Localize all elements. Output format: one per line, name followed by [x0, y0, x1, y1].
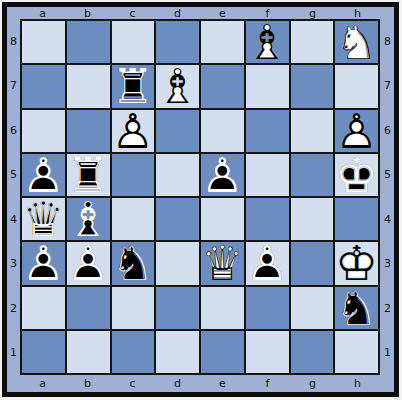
file-label: g — [290, 7, 335, 19]
square-c7[interactable]: ♜♖ — [112, 65, 155, 107]
black-pawn-outline: ♙ — [201, 154, 244, 196]
square-a3[interactable]: ♟♙ — [22, 242, 65, 284]
square-h7[interactable] — [335, 65, 378, 107]
square-e1[interactable] — [201, 331, 244, 373]
rank-label: 4 — [7, 197, 20, 242]
square-g5[interactable] — [291, 154, 334, 196]
white-pawn[interactable]: ♟♙ — [112, 110, 155, 152]
file-label: g — [290, 375, 335, 391]
white-king[interactable]: ♚♔ — [335, 242, 378, 284]
white-knight-outline: ♘ — [335, 21, 378, 63]
square-f2[interactable] — [246, 287, 289, 329]
rank-label: 2 — [7, 286, 20, 331]
square-e4[interactable] — [201, 198, 244, 240]
rank-label: 1 — [7, 331, 20, 376]
white-queen[interactable]: ♛♕ — [201, 242, 244, 284]
file-labels-top: abcdefgh — [20, 7, 380, 19]
file-label: f — [245, 375, 290, 391]
square-c4[interactable] — [112, 198, 155, 240]
rank-label: 7 — [380, 64, 395, 109]
square-c5[interactable] — [112, 154, 155, 196]
square-c2[interactable] — [112, 287, 155, 329]
square-c1[interactable] — [112, 331, 155, 373]
black-bishop-outline: ♗ — [67, 198, 110, 240]
file-label: b — [65, 7, 110, 19]
square-d1[interactable] — [156, 331, 199, 373]
square-h2[interactable]: ♞♘ — [335, 287, 378, 329]
square-a2[interactable] — [22, 287, 65, 329]
square-b6[interactable] — [67, 110, 110, 152]
black-bishop[interactable]: ♝♗ — [67, 198, 110, 240]
rank-labels-right: 87654321 — [380, 19, 395, 375]
square-g6[interactable] — [291, 110, 334, 152]
square-a7[interactable] — [22, 65, 65, 107]
file-label: c — [110, 7, 155, 19]
file-labels-bottom: abcdefgh — [20, 375, 380, 391]
rank-label: 4 — [380, 197, 395, 242]
square-h3[interactable]: ♚♔ — [335, 242, 378, 284]
black-queen[interactable]: ♛♕ — [22, 198, 65, 240]
black-rook-outline: ♖ — [112, 65, 155, 107]
rank-labels-left: 87654321 — [7, 19, 20, 375]
chess-board[interactable]: ♝♗♞♘♜♖♝♗♟♙♟♙♟♙♜♖♟♙♚♔♛♕♝♗♟♙♟♙♞♘♛♕♟♙♚♔♞♘ — [20, 19, 380, 375]
white-bishop-outline: ♗ — [156, 65, 199, 107]
square-d7[interactable]: ♝♗ — [156, 65, 199, 107]
square-f1[interactable] — [246, 331, 289, 373]
square-e7[interactable] — [201, 65, 244, 107]
square-b7[interactable] — [67, 65, 110, 107]
rank-label: 3 — [7, 242, 20, 287]
square-b4[interactable]: ♝♗ — [67, 198, 110, 240]
file-label: e — [200, 375, 245, 391]
rank-label: 8 — [380, 19, 395, 64]
black-king-outline: ♔ — [335, 154, 378, 196]
square-c3[interactable]: ♞♘ — [112, 242, 155, 284]
square-f6[interactable] — [246, 110, 289, 152]
square-g7[interactable] — [291, 65, 334, 107]
file-label: d — [155, 7, 200, 19]
square-h5[interactable]: ♚♔ — [335, 154, 378, 196]
rank-label: 3 — [380, 242, 395, 287]
square-g4[interactable] — [291, 198, 334, 240]
file-label: e — [200, 7, 245, 19]
black-pawn[interactable]: ♟♙ — [201, 154, 244, 196]
white-bishop[interactable]: ♝♗ — [156, 65, 199, 107]
black-pawn-outline: ♙ — [246, 242, 289, 284]
square-e6[interactable] — [201, 110, 244, 152]
square-g8[interactable] — [291, 21, 334, 63]
white-king-outline: ♔ — [335, 242, 378, 284]
square-a1[interactable] — [22, 331, 65, 373]
white-knight[interactable]: ♞♘ — [335, 21, 378, 63]
rank-label: 7 — [7, 64, 20, 109]
square-a5[interactable]: ♟♙ — [22, 154, 65, 196]
square-d2[interactable] — [156, 287, 199, 329]
square-d5[interactable] — [156, 154, 199, 196]
square-a4[interactable]: ♛♕ — [22, 198, 65, 240]
square-a6[interactable] — [22, 110, 65, 152]
white-bishop[interactable]: ♝♗ — [246, 21, 289, 63]
white-pawn[interactable]: ♟♙ — [335, 110, 378, 152]
rank-label: 6 — [7, 108, 20, 153]
square-e2[interactable] — [201, 287, 244, 329]
square-c6[interactable]: ♟♙ — [112, 110, 155, 152]
square-f3[interactable]: ♟♙ — [246, 242, 289, 284]
square-d8[interactable] — [156, 21, 199, 63]
white-queen-outline: ♕ — [201, 242, 244, 284]
black-pawn[interactable]: ♟♙ — [22, 154, 65, 196]
square-f7[interactable] — [246, 65, 289, 107]
white-pawn-outline: ♙ — [335, 110, 378, 152]
square-e8[interactable] — [201, 21, 244, 63]
file-label: b — [65, 375, 110, 391]
square-e5[interactable]: ♟♙ — [201, 154, 244, 196]
white-pawn-outline: ♙ — [112, 110, 155, 152]
square-f8[interactable]: ♝♗ — [246, 21, 289, 63]
rank-label: 2 — [380, 286, 395, 331]
black-queen-outline: ♕ — [22, 198, 65, 240]
chess-diagram-page: abcdefgh abcdefgh 87654321 87654321 ♝♗♞♘… — [0, 0, 402, 400]
black-pawn[interactable]: ♟♙ — [67, 242, 110, 284]
rank-label: 1 — [380, 331, 395, 376]
file-label: a — [20, 375, 65, 391]
square-b1[interactable] — [67, 331, 110, 373]
rank-label: 5 — [7, 153, 20, 198]
black-rook-outline: ♖ — [67, 154, 110, 196]
square-h1[interactable] — [335, 331, 378, 373]
black-knight[interactable]: ♞♘ — [335, 287, 378, 329]
file-label: a — [20, 7, 65, 19]
black-pawn-outline: ♙ — [22, 154, 65, 196]
black-knight-outline: ♘ — [335, 287, 378, 329]
black-king[interactable]: ♚♔ — [335, 154, 378, 196]
square-g2[interactable] — [291, 287, 334, 329]
square-d4[interactable] — [156, 198, 199, 240]
square-f4[interactable] — [246, 198, 289, 240]
rank-label: 5 — [380, 153, 395, 198]
white-bishop-outline: ♗ — [246, 21, 289, 63]
file-label: d — [155, 375, 200, 391]
square-h4[interactable] — [335, 198, 378, 240]
black-pawn[interactable]: ♟♙ — [246, 242, 289, 284]
square-e3[interactable]: ♛♕ — [201, 242, 244, 284]
square-f5[interactable] — [246, 154, 289, 196]
board-frame: abcdefgh abcdefgh 87654321 87654321 ♝♗♞♘… — [2, 2, 399, 397]
square-b8[interactable] — [67, 21, 110, 63]
black-knight-outline: ♘ — [112, 242, 155, 284]
rank-label: 6 — [380, 108, 395, 153]
square-a8[interactable] — [22, 21, 65, 63]
black-pawn-outline: ♙ — [67, 242, 110, 284]
square-d6[interactable] — [156, 110, 199, 152]
square-b2[interactable] — [67, 287, 110, 329]
square-h6[interactable]: ♟♙ — [335, 110, 378, 152]
file-label: h — [335, 375, 380, 391]
square-c8[interactable] — [112, 21, 155, 63]
black-knight[interactable]: ♞♘ — [112, 242, 155, 284]
square-g3[interactable] — [291, 242, 334, 284]
file-label: c — [110, 375, 155, 391]
square-b5[interactable]: ♜♖ — [67, 154, 110, 196]
square-d3[interactable] — [156, 242, 199, 284]
square-g1[interactable] — [291, 331, 334, 373]
black-pawn-outline: ♙ — [22, 242, 65, 284]
square-h8[interactable]: ♞♘ — [335, 21, 378, 63]
black-rook[interactable]: ♜♖ — [67, 154, 110, 196]
square-b3[interactable]: ♟♙ — [67, 242, 110, 284]
rank-label: 8 — [7, 19, 20, 64]
black-rook[interactable]: ♜♖ — [112, 65, 155, 107]
black-pawn[interactable]: ♟♙ — [22, 242, 65, 284]
